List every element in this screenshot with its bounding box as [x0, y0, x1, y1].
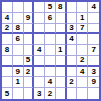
cell-r5c7-empty[interactable] [67, 45, 78, 56]
cell-r2c2-empty[interactable] [13, 13, 24, 24]
cell-r9c6-empty[interactable] [56, 88, 67, 99]
cell-r7c3-given-2: 2 [24, 67, 35, 78]
cell-r8c1-empty[interactable] [2, 77, 13, 88]
cell-r5c2-empty[interactable] [13, 45, 24, 56]
cell-r3c7-given-3: 3 [67, 24, 78, 35]
cell-r7c9-given-3: 3 [88, 67, 99, 78]
cell-r8c6-empty[interactable] [56, 77, 67, 88]
cell-r1c6-given-8: 8 [56, 2, 67, 13]
cell-r5c8-empty[interactable] [77, 45, 88, 56]
cell-r7c7-empty[interactable] [67, 67, 78, 78]
cell-r6c1-empty[interactable] [2, 56, 13, 67]
cell-r4c2-given-6: 6 [13, 34, 24, 45]
cell-r7c8-given-4: 4 [77, 67, 88, 78]
cell-r2c6-empty[interactable] [56, 13, 67, 24]
cell-r8c8-empty[interactable] [77, 77, 88, 88]
sudoku-board: 584496128376484175292431429532 [0, 0, 101, 101]
cell-r1c5-given-5: 5 [45, 2, 56, 13]
cell-r1c3-empty[interactable] [24, 2, 35, 13]
cell-r9c5-given-2: 2 [45, 88, 56, 99]
cell-r4c1-empty[interactable] [2, 34, 13, 45]
cell-r3c5-empty[interactable] [45, 24, 56, 35]
cell-r5c1-given-8: 8 [2, 45, 13, 56]
cell-r9c8-empty[interactable] [77, 88, 88, 99]
cell-r4c5-empty[interactable] [45, 34, 56, 45]
cell-r3c6-empty[interactable] [56, 24, 67, 35]
cell-r6c3-given-5: 5 [24, 56, 35, 67]
cell-r1c9-given-4: 4 [88, 2, 99, 13]
cell-r9c2-empty[interactable] [13, 88, 24, 99]
cell-r3c9-empty[interactable] [88, 24, 99, 35]
cell-r4c4-empty[interactable] [34, 34, 45, 45]
cell-r7c6-empty[interactable] [56, 67, 67, 78]
cell-r9c1-given-5: 5 [2, 88, 13, 99]
cell-r7c4-empty[interactable] [34, 67, 45, 78]
cell-r6c7-empty[interactable] [67, 56, 78, 67]
cell-r7c1-empty[interactable] [2, 67, 13, 78]
cell-r1c8-empty[interactable] [77, 2, 88, 13]
cell-r5c9-given-7: 7 [88, 45, 99, 56]
cell-r1c7-empty[interactable] [67, 2, 78, 13]
cell-r2c3-given-9: 9 [24, 13, 35, 24]
cell-r9c9-empty[interactable] [88, 88, 99, 99]
cell-r9c7-empty[interactable] [67, 88, 78, 99]
cell-r2c7-empty[interactable] [67, 13, 78, 24]
cell-r8c2-given-1: 1 [13, 77, 24, 88]
cell-r6c4-empty[interactable] [34, 56, 45, 67]
cell-r3c3-empty[interactable] [24, 24, 35, 35]
cell-r3c1-given-2: 2 [2, 24, 13, 35]
cell-r8c7-given-2: 2 [67, 77, 78, 88]
cell-r4c3-empty[interactable] [24, 34, 35, 45]
cell-r4c9-empty[interactable] [88, 34, 99, 45]
cell-r5c4-given-4: 4 [34, 45, 45, 56]
cell-r2c5-given-6: 6 [45, 13, 56, 24]
cell-r6c6-empty[interactable] [56, 56, 67, 67]
cell-r3c8-given-7: 7 [77, 24, 88, 35]
cell-r6c9-empty[interactable] [88, 56, 99, 67]
cell-r3c4-empty[interactable] [34, 24, 45, 35]
cell-r4c6-empty[interactable] [56, 34, 67, 45]
cell-r7c2-given-9: 9 [13, 67, 24, 78]
cell-r5c6-given-1: 1 [56, 45, 67, 56]
cell-r8c3-empty[interactable] [24, 77, 35, 88]
cell-r2c4-empty[interactable] [34, 13, 45, 24]
cell-r9c4-given-3: 3 [34, 88, 45, 99]
cell-r8c4-empty[interactable] [34, 77, 45, 88]
cell-r8c9-given-9: 9 [88, 77, 99, 88]
cell-r6c2-empty[interactable] [13, 56, 24, 67]
cell-r7c5-empty[interactable] [45, 67, 56, 78]
cell-r5c3-empty[interactable] [24, 45, 35, 56]
cell-r2c1-given-4: 4 [2, 13, 13, 24]
cell-r2c8-given-1: 1 [77, 13, 88, 24]
cell-r9c3-empty[interactable] [24, 88, 35, 99]
cell-r1c2-empty[interactable] [13, 2, 24, 13]
cell-r4c7-given-4: 4 [67, 34, 78, 45]
cell-r6c8-given-2: 2 [77, 56, 88, 67]
cell-r1c4-empty[interactable] [34, 2, 45, 13]
cell-r4c8-empty[interactable] [77, 34, 88, 45]
cell-r1c1-empty[interactable] [2, 2, 13, 13]
cell-r6c5-empty[interactable] [45, 56, 56, 67]
cell-r3c2-given-8: 8 [13, 24, 24, 35]
cell-r2c9-empty[interactable] [88, 13, 99, 24]
cell-r5c5-empty[interactable] [45, 45, 56, 56]
cell-r8c5-given-4: 4 [45, 77, 56, 88]
